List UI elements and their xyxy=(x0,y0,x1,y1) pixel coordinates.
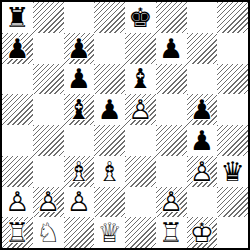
square-d7[interactable] xyxy=(94,33,125,64)
piece-white-pawn: ♙ xyxy=(125,94,156,125)
square-b8[interactable] xyxy=(33,2,64,33)
square-g3[interactable]: ♟♙ xyxy=(187,156,218,187)
square-c2[interactable]: ♟♙ xyxy=(64,187,95,218)
piece-black-rook: ♜ xyxy=(2,2,33,33)
square-a2[interactable]: ♟♙ xyxy=(2,187,33,218)
square-d4[interactable] xyxy=(94,125,125,156)
square-b6[interactable] xyxy=(33,64,64,95)
square-h4[interactable] xyxy=(217,125,248,156)
square-c1[interactable] xyxy=(64,217,95,248)
square-d3[interactable]: ♝♗ xyxy=(94,156,125,187)
square-g1[interactable]: ♚♔ xyxy=(187,217,218,248)
chess-board: ♜♚♟♟♟♟♝♝♟♟♙♟♟♝♗♝♗♟♙♛♟♙♟♙♟♙♟♙♜♖♞♘♛♕♜♖♚♔ xyxy=(0,0,250,250)
square-c5[interactable]: ♝ xyxy=(64,94,95,125)
square-a3[interactable] xyxy=(2,156,33,187)
square-b5[interactable] xyxy=(33,94,64,125)
square-h7[interactable] xyxy=(217,33,248,64)
square-d1[interactable]: ♛♕ xyxy=(94,217,125,248)
white-rook-fill: ♜ xyxy=(156,217,187,248)
piece-white-pawn: ♙ xyxy=(33,187,64,218)
square-a1[interactable]: ♜♖ xyxy=(2,217,33,248)
square-h5[interactable] xyxy=(217,94,248,125)
square-h6[interactable] xyxy=(217,64,248,95)
square-h3[interactable]: ♛ xyxy=(217,156,248,187)
square-e3[interactable] xyxy=(125,156,156,187)
square-h1[interactable] xyxy=(217,217,248,248)
white-pawn-fill: ♟ xyxy=(156,187,187,218)
square-g7[interactable] xyxy=(187,33,218,64)
square-b7[interactable] xyxy=(33,33,64,64)
white-pawn-fill: ♟ xyxy=(125,94,156,125)
square-b3[interactable] xyxy=(33,156,64,187)
white-king-fill: ♚ xyxy=(187,217,218,248)
piece-black-pawn: ♟ xyxy=(187,125,218,156)
square-g5[interactable]: ♟ xyxy=(187,94,218,125)
white-pawn-fill: ♟ xyxy=(33,187,64,218)
square-h2[interactable] xyxy=(217,187,248,218)
square-e4[interactable] xyxy=(125,125,156,156)
piece-white-queen: ♕ xyxy=(94,217,125,248)
square-e7[interactable] xyxy=(125,33,156,64)
piece-black-bishop: ♝ xyxy=(125,64,156,95)
piece-black-pawn: ♟ xyxy=(64,33,95,64)
square-d8[interactable] xyxy=(94,2,125,33)
piece-white-pawn: ♙ xyxy=(187,156,218,187)
white-bishop-fill: ♝ xyxy=(64,156,95,187)
piece-white-pawn: ♙ xyxy=(64,187,95,218)
square-c3[interactable]: ♝♗ xyxy=(64,156,95,187)
square-d5[interactable]: ♟ xyxy=(94,94,125,125)
piece-white-rook: ♖ xyxy=(156,217,187,248)
square-a8[interactable]: ♜ xyxy=(2,2,33,33)
piece-black-pawn: ♟ xyxy=(187,94,218,125)
square-c7[interactable]: ♟ xyxy=(64,33,95,64)
piece-black-pawn: ♟ xyxy=(2,33,33,64)
square-a7[interactable]: ♟ xyxy=(2,33,33,64)
white-pawn-fill: ♟ xyxy=(64,187,95,218)
square-g6[interactable] xyxy=(187,64,218,95)
square-g2[interactable] xyxy=(187,187,218,218)
square-c6[interactable]: ♟ xyxy=(64,64,95,95)
white-rook-fill: ♜ xyxy=(2,217,33,248)
square-h8[interactable] xyxy=(217,2,248,33)
piece-white-bishop: ♗ xyxy=(94,156,125,187)
square-e5[interactable]: ♟♙ xyxy=(125,94,156,125)
white-bishop-fill: ♝ xyxy=(94,156,125,187)
square-e1[interactable] xyxy=(125,217,156,248)
square-f1[interactable]: ♜♖ xyxy=(156,217,187,248)
piece-black-queen: ♛ xyxy=(217,156,248,187)
piece-black-pawn: ♟ xyxy=(64,64,95,95)
piece-white-bishop: ♗ xyxy=(64,156,95,187)
square-f5[interactable] xyxy=(156,94,187,125)
square-a4[interactable] xyxy=(2,125,33,156)
piece-white-king: ♔ xyxy=(187,217,218,248)
square-g8[interactable] xyxy=(187,2,218,33)
piece-white-pawn: ♙ xyxy=(2,187,33,218)
square-f3[interactable] xyxy=(156,156,187,187)
white-pawn-fill: ♟ xyxy=(187,156,218,187)
square-e6[interactable]: ♝ xyxy=(125,64,156,95)
piece-black-pawn: ♟ xyxy=(94,94,125,125)
square-g4[interactable]: ♟ xyxy=(187,125,218,156)
square-f8[interactable] xyxy=(156,2,187,33)
square-c8[interactable] xyxy=(64,2,95,33)
white-queen-fill: ♛ xyxy=(94,217,125,248)
square-f2[interactable]: ♟♙ xyxy=(156,187,187,218)
square-c4[interactable] xyxy=(64,125,95,156)
square-f4[interactable] xyxy=(156,125,187,156)
piece-white-pawn: ♙ xyxy=(156,187,187,218)
white-pawn-fill: ♟ xyxy=(2,187,33,218)
piece-white-rook: ♖ xyxy=(2,217,33,248)
piece-black-pawn: ♟ xyxy=(156,33,187,64)
square-a5[interactable] xyxy=(2,94,33,125)
square-e2[interactable] xyxy=(125,187,156,218)
square-f7[interactable]: ♟ xyxy=(156,33,187,64)
square-b2[interactable]: ♟♙ xyxy=(33,187,64,218)
square-b1[interactable]: ♞♘ xyxy=(33,217,64,248)
piece-black-king: ♚ xyxy=(125,2,156,33)
square-d6[interactable] xyxy=(94,64,125,95)
square-d2[interactable] xyxy=(94,187,125,218)
square-a6[interactable] xyxy=(2,64,33,95)
piece-white-knight: ♘ xyxy=(33,217,64,248)
white-knight-fill: ♞ xyxy=(33,217,64,248)
piece-black-bishop: ♝ xyxy=(64,94,95,125)
square-f6[interactable] xyxy=(156,64,187,95)
square-b4[interactable] xyxy=(33,125,64,156)
square-e8[interactable]: ♚ xyxy=(125,2,156,33)
